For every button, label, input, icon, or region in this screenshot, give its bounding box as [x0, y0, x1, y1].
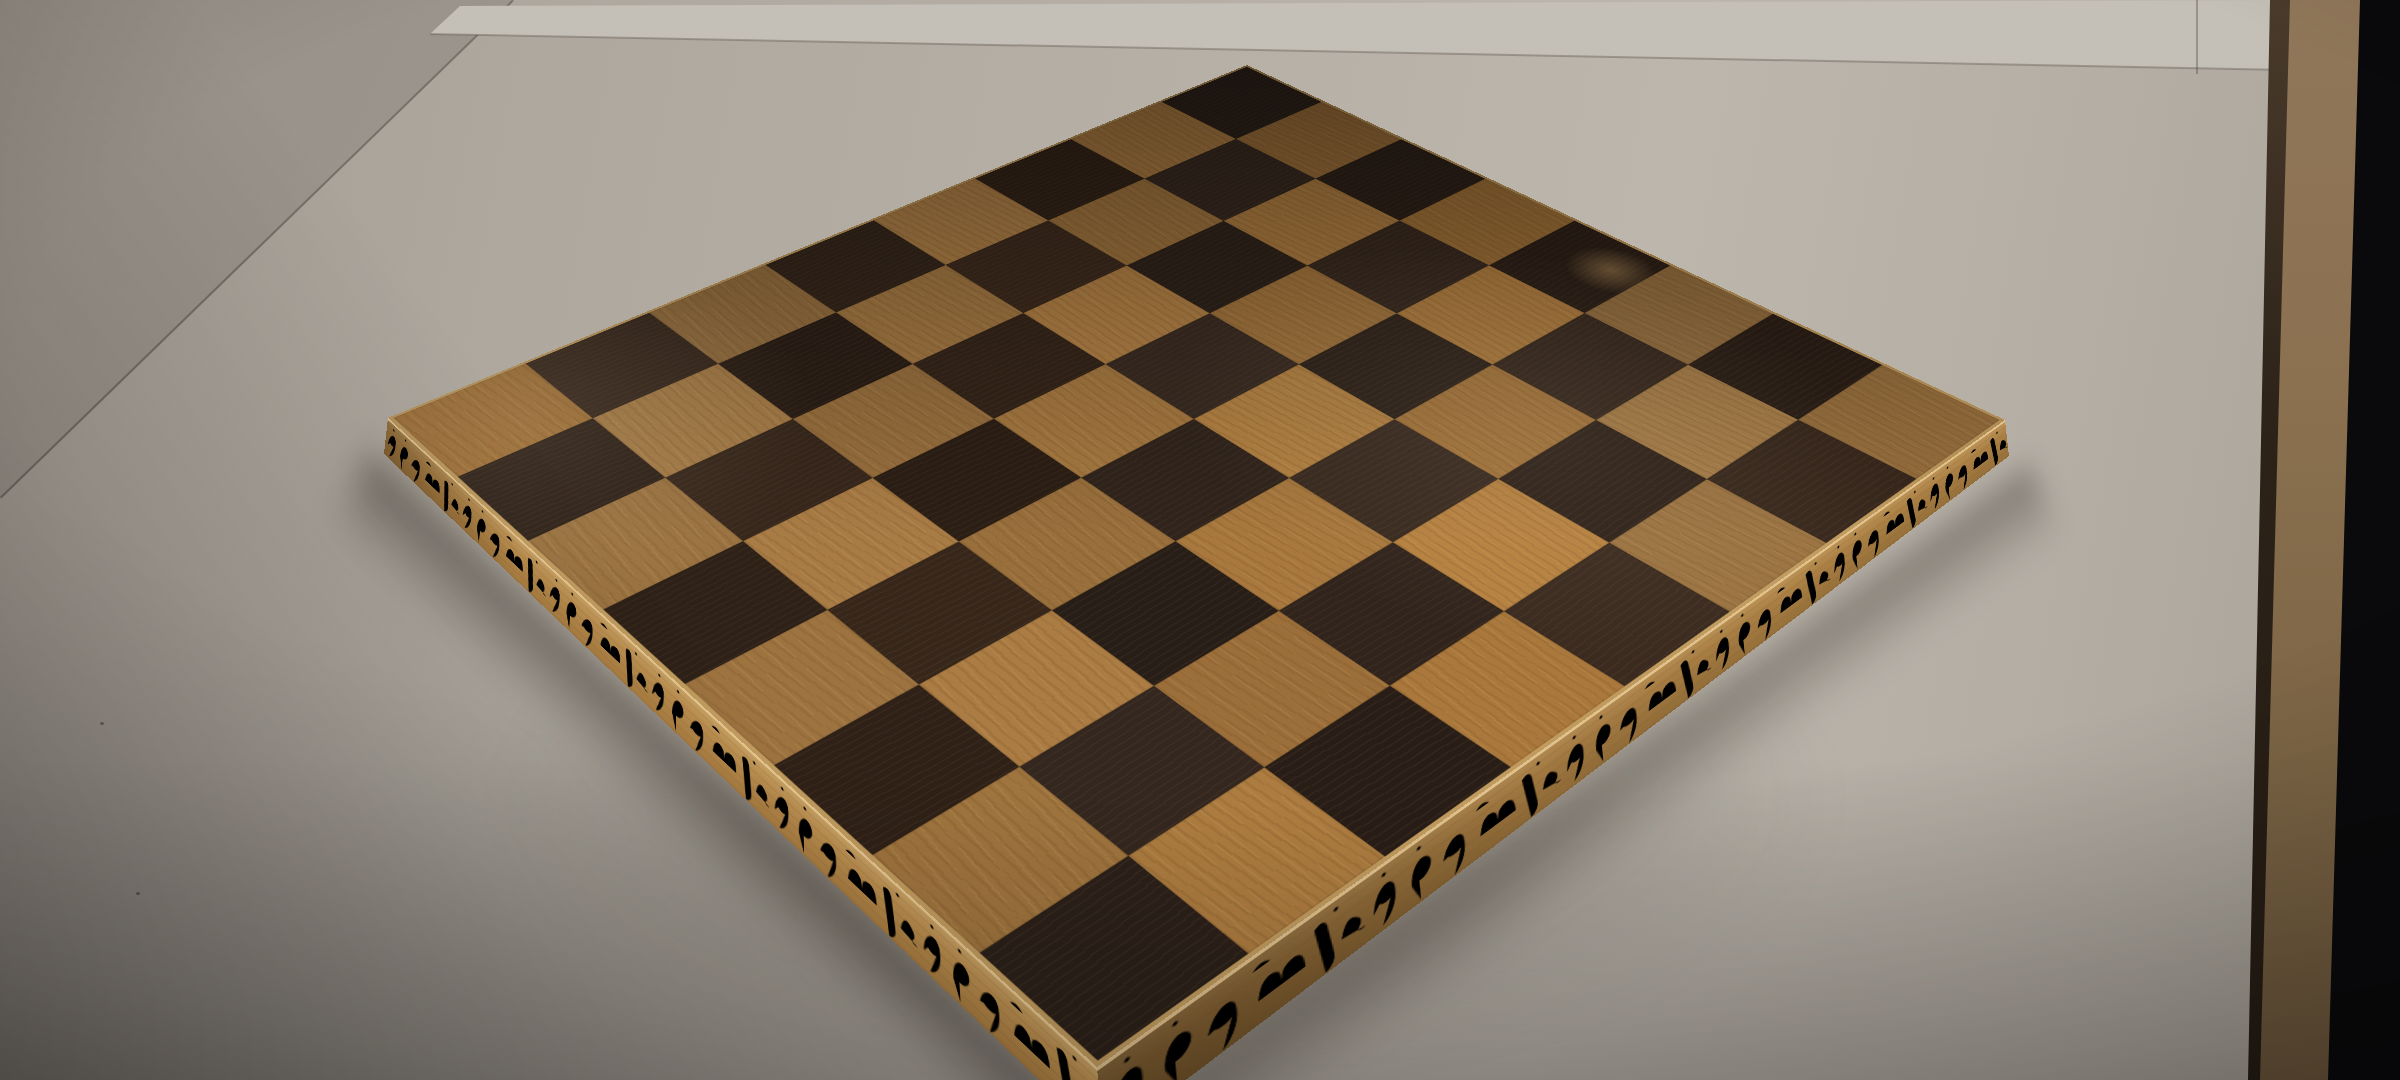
- surface-speck: [136, 892, 140, 895]
- photo-scene: [0, 0, 2400, 1080]
- wall-corner-seam: [2196, 0, 2198, 74]
- surface-speck: [100, 722, 104, 725]
